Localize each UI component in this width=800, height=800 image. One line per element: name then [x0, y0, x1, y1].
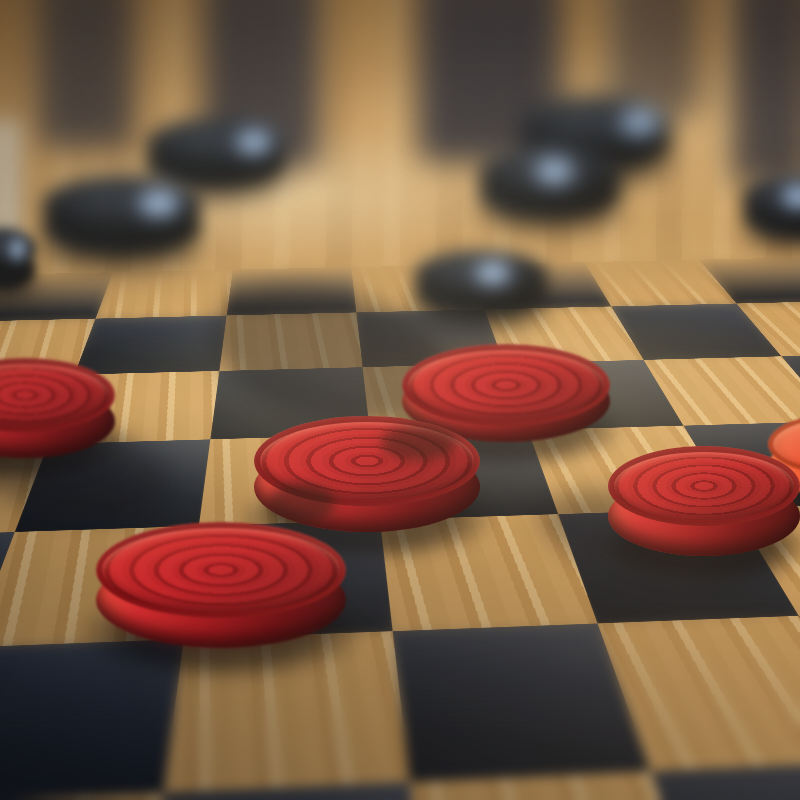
specular-highlight [470, 257, 516, 290]
checker-face [96, 522, 346, 618]
specular-highlight [614, 104, 666, 140]
black-checker-a5[interactable] [0, 228, 36, 290]
specular-highlight [6, 234, 28, 264]
specular-highlight [230, 125, 278, 159]
specular-highlight [530, 153, 579, 189]
black-checker-f6[interactable] [414, 250, 548, 318]
specular-highlight [132, 184, 186, 222]
red-checker-g3[interactable] [608, 446, 800, 556]
soot-smudge [268, 483, 336, 522]
soot-smudge [381, 425, 458, 460]
background-furniture-bar [732, 0, 800, 185]
red-checker-a3[interactable] [0, 358, 115, 458]
black-checker-e7[interactable] [478, 146, 622, 220]
checkers-photo-scene [0, 0, 800, 800]
black-checker-h6[interactable] [742, 174, 800, 240]
red-checker-d4[interactable] [254, 416, 480, 532]
red-checker-c3[interactable] [96, 522, 346, 648]
checker-face [402, 344, 610, 426]
checker-face [608, 446, 800, 526]
black-checker-b6[interactable] [42, 176, 202, 256]
background-furniture-bar [38, 0, 134, 148]
